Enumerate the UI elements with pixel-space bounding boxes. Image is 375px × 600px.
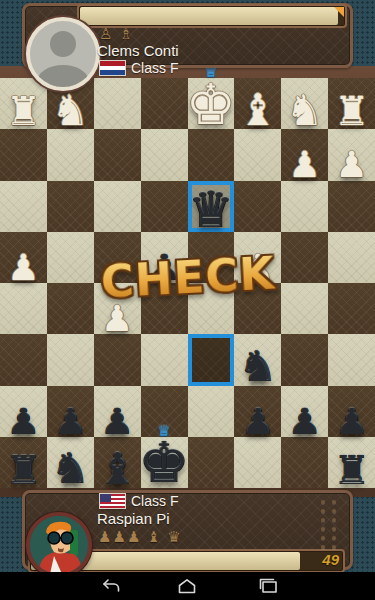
white-rook-a1[interactable]: ♜ [334,93,370,130]
square-g8[interactable]: ♞ [47,437,94,488]
square-d3[interactable]: ♛ [188,181,235,232]
square-a1[interactable]: ♜ [328,78,375,129]
opponent-timer-fill [80,7,338,25]
back-icon [101,577,123,595]
back-button[interactable] [97,575,127,597]
square-g2[interactable] [47,129,94,180]
square-e8[interactable]: ♚♕ [141,437,188,488]
square-h4[interactable]: ♟ [0,232,47,283]
white-pawn-b2[interactable]: ♟ [289,148,321,181]
black-pawn-a7[interactable]: ♟ [335,405,367,438]
square-c8[interactable] [234,437,281,488]
square-d1[interactable]: ♚♕ [188,78,235,129]
black-pawn-h7[interactable]: ♟ [7,405,39,438]
square-d7[interactable] [188,386,235,437]
player-avatar[interactable] [26,512,92,578]
white-knight-b1[interactable]: ♞ [286,92,324,131]
white-pawn-h4[interactable]: ♟ [7,251,39,284]
square-d2[interactable] [188,129,235,180]
person-silhouette-icon [50,31,76,57]
square-f3[interactable] [94,181,141,232]
black-pawn-f7[interactable]: ♟ [101,405,133,438]
square-c7[interactable]: ♟ [234,386,281,437]
square-e1[interactable] [141,78,188,129]
square-h7[interactable]: ♟ [0,386,47,437]
square-c1[interactable]: ♝ [234,78,281,129]
white-rook-h1[interactable]: ♜ [6,93,42,130]
player-captured-pieces: ♟♟♟ ♝ ♛ [98,528,182,546]
square-h1[interactable]: ♜ [0,78,47,129]
square-e3[interactable] [141,181,188,232]
android-nav-bar [0,572,375,600]
opponent-captured-pieces: ♙ ♗ [99,25,134,43]
square-a5[interactable] [328,283,375,334]
square-c6[interactable]: ♞ [234,334,281,385]
cartoon-avatar-image [30,516,88,574]
black-king-e8[interactable]: ♚ [139,437,189,489]
square-b4[interactable] [281,232,328,283]
square-h3[interactable] [0,181,47,232]
black-rook-a8[interactable]: ♜ [334,452,370,489]
king-marker-crown-icon: ♕ [157,422,170,440]
square-c2[interactable] [234,129,281,180]
black-knight-c6[interactable]: ♞ [239,348,277,387]
square-g3[interactable] [47,181,94,232]
white-king-d1[interactable]: ♚ [186,79,236,131]
square-a8[interactable]: ♜ [328,437,375,488]
black-pawn-b7[interactable]: ♟ [289,405,321,438]
black-pawn-c7[interactable]: ♟ [242,405,274,438]
opponent-avatar[interactable] [26,17,100,91]
square-a4[interactable] [328,232,375,283]
square-a7[interactable]: ♟ [328,386,375,437]
square-b2[interactable]: ♟ [281,129,328,180]
square-b6[interactable] [281,334,328,385]
square-b8[interactable] [281,437,328,488]
square-g4[interactable] [47,232,94,283]
square-f7[interactable]: ♟ [94,386,141,437]
us-flag-icon [100,494,125,508]
square-f6[interactable] [94,334,141,385]
square-e6[interactable] [141,334,188,385]
square-b3[interactable] [281,181,328,232]
player-timer-value: 49 [322,551,339,568]
player-name: Raspian Pi [97,510,170,527]
square-h8[interactable]: ♜ [0,437,47,488]
square-b7[interactable]: ♟ [281,386,328,437]
player-class: Class F [131,493,178,509]
square-f8[interactable]: ♝ [94,437,141,488]
recents-button[interactable] [253,575,283,597]
square-g7[interactable]: ♟ [47,386,94,437]
square-c3[interactable] [234,181,281,232]
square-h2[interactable] [0,129,47,180]
white-bishop-c1[interactable]: ♝ [238,90,277,130]
check-banner: CHECK [99,246,276,308]
square-d6[interactable] [188,334,235,385]
square-g6[interactable] [47,334,94,385]
square-f1[interactable] [94,78,141,129]
square-f2[interactable] [94,129,141,180]
square-e2[interactable] [141,129,188,180]
black-queen-d3[interactable]: ♛ [189,187,234,233]
opponent-class: Class F [131,60,178,76]
black-pawn-g7[interactable]: ♟ [54,405,86,438]
home-icon [176,577,198,595]
chess-app-screen: ♜♞♚♕♝♞♜♟♟♛♟♟♟♟♞♟♟♟♟♟♟♜♞♝♚♕♜ CHECK ♙ ♗ Cl… [0,0,375,600]
square-g5[interactable] [47,283,94,334]
square-b1[interactable]: ♞ [281,78,328,129]
black-bishop-f8[interactable]: ♝ [97,449,136,489]
square-a6[interactable] [328,334,375,385]
opponent-name: Clems Conti [97,42,179,59]
square-h6[interactable] [0,334,47,385]
square-b5[interactable] [281,283,328,334]
square-a2[interactable]: ♟ [328,129,375,180]
square-d8[interactable] [188,437,235,488]
home-button[interactable] [172,575,202,597]
white-pawn-a2[interactable]: ♟ [335,148,367,181]
black-rook-h8[interactable]: ♜ [6,452,42,489]
netherlands-flag-icon [100,61,125,75]
panel-grip-dots [321,500,336,549]
recents-icon [257,577,279,595]
black-knight-g8[interactable]: ♞ [51,450,89,489]
square-a3[interactable] [328,181,375,232]
square-h5[interactable] [0,283,47,334]
white-knight-g1[interactable]: ♞ [51,92,89,131]
